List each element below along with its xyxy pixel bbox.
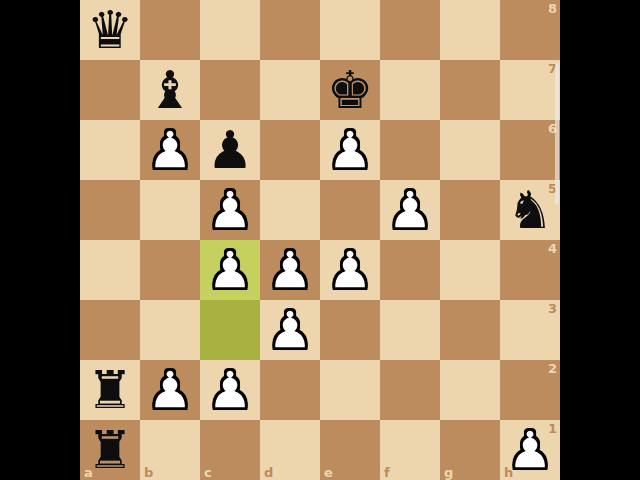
square-a4[interactable]: [80, 240, 140, 300]
square-c3[interactable]: [200, 300, 260, 360]
square-h6[interactable]: 6: [500, 120, 560, 180]
square-c2[interactable]: ♟: [200, 360, 260, 420]
square-c4[interactable]: ♟: [200, 240, 260, 300]
file-label-c: c: [204, 465, 212, 480]
square-c7[interactable]: [200, 60, 260, 120]
square-e1[interactable]: e: [320, 420, 380, 480]
square-c5[interactable]: ♟: [200, 180, 260, 240]
square-a6[interactable]: [80, 120, 140, 180]
square-a1[interactable]: ♜a: [80, 420, 140, 480]
square-b1[interactable]: b: [140, 420, 200, 480]
piece-white-pawn[interactable]: ♟: [320, 240, 380, 300]
square-a2[interactable]: ♜: [80, 360, 140, 420]
square-f8[interactable]: [380, 0, 440, 60]
square-d2[interactable]: [260, 360, 320, 420]
piece-black-knight[interactable]: ♞: [500, 180, 560, 240]
square-e8[interactable]: [320, 0, 380, 60]
piece-white-pawn[interactable]: ♟: [260, 240, 320, 300]
square-g5[interactable]: [440, 180, 500, 240]
square-a3[interactable]: [80, 300, 140, 360]
piece-white-pawn[interactable]: ♟: [260, 300, 320, 360]
square-g4[interactable]: [440, 240, 500, 300]
square-h3[interactable]: 3: [500, 300, 560, 360]
square-d5[interactable]: [260, 180, 320, 240]
square-d6[interactable]: [260, 120, 320, 180]
rank-label-2: 2: [548, 361, 557, 376]
square-g3[interactable]: [440, 300, 500, 360]
letterbox-left: [0, 0, 80, 480]
square-e7[interactable]: ♚: [320, 60, 380, 120]
square-e4[interactable]: ♟: [320, 240, 380, 300]
square-f2[interactable]: [380, 360, 440, 420]
square-g1[interactable]: g: [440, 420, 500, 480]
piece-white-pawn[interactable]: ♟: [380, 180, 440, 240]
square-b2[interactable]: ♟: [140, 360, 200, 420]
file-label-g: g: [444, 465, 453, 480]
square-f5[interactable]: ♟: [380, 180, 440, 240]
letterbox-right: [560, 0, 640, 480]
file-label-e: e: [324, 465, 333, 480]
file-label-b: b: [144, 465, 153, 480]
square-h8[interactable]: 8: [500, 0, 560, 60]
piece-white-pawn[interactable]: ♟: [140, 360, 200, 420]
piece-black-pawn[interactable]: ♟: [200, 120, 260, 180]
piece-white-pawn[interactable]: ♟: [200, 240, 260, 300]
piece-black-queen[interactable]: ♛: [80, 0, 140, 60]
piece-black-king[interactable]: ♚: [320, 60, 380, 120]
square-c1[interactable]: c: [200, 420, 260, 480]
rank-label-8: 8: [548, 1, 557, 16]
square-d1[interactable]: d: [260, 420, 320, 480]
square-e3[interactable]: [320, 300, 380, 360]
piece-white-pawn[interactable]: ♟: [500, 420, 560, 480]
square-h2[interactable]: 2: [500, 360, 560, 420]
square-g8[interactable]: [440, 0, 500, 60]
square-h1[interactable]: ♟1h: [500, 420, 560, 480]
square-b5[interactable]: [140, 180, 200, 240]
video-frame: ♛8♝♚7♟♟♟6♟♟♞5♟♟♟4♟3♜♟♟2♜abcdefg♟1h: [0, 0, 640, 480]
square-b6[interactable]: ♟: [140, 120, 200, 180]
piece-black-rook[interactable]: ♜: [80, 420, 140, 480]
square-b3[interactable]: [140, 300, 200, 360]
square-f7[interactable]: [380, 60, 440, 120]
square-h7[interactable]: 7: [500, 60, 560, 120]
square-b7[interactable]: ♝: [140, 60, 200, 120]
square-d7[interactable]: [260, 60, 320, 120]
square-b4[interactable]: [140, 240, 200, 300]
square-f3[interactable]: [380, 300, 440, 360]
square-d8[interactable]: [260, 0, 320, 60]
square-a5[interactable]: [80, 180, 140, 240]
piece-white-pawn[interactable]: ♟: [200, 180, 260, 240]
square-e2[interactable]: [320, 360, 380, 420]
square-f6[interactable]: [380, 120, 440, 180]
file-label-d: d: [264, 465, 273, 480]
piece-black-rook[interactable]: ♜: [80, 360, 140, 420]
scrollbar-thumb[interactable]: [555, 63, 559, 205]
piece-white-pawn[interactable]: ♟: [140, 120, 200, 180]
rank-label-4: 4: [548, 241, 557, 256]
square-g6[interactable]: [440, 120, 500, 180]
square-f1[interactable]: f: [380, 420, 440, 480]
square-b8[interactable]: [140, 0, 200, 60]
square-d3[interactable]: ♟: [260, 300, 320, 360]
square-f4[interactable]: [380, 240, 440, 300]
square-e5[interactable]: [320, 180, 380, 240]
piece-black-bishop[interactable]: ♝: [140, 60, 200, 120]
piece-white-pawn[interactable]: ♟: [320, 120, 380, 180]
square-a8[interactable]: ♛: [80, 0, 140, 60]
square-h4[interactable]: 4: [500, 240, 560, 300]
square-e6[interactable]: ♟: [320, 120, 380, 180]
square-g2[interactable]: [440, 360, 500, 420]
square-c6[interactable]: ♟: [200, 120, 260, 180]
square-h5[interactable]: ♞5: [500, 180, 560, 240]
square-c8[interactable]: [200, 0, 260, 60]
square-d4[interactable]: ♟: [260, 240, 320, 300]
rank-label-3: 3: [548, 301, 557, 316]
square-a7[interactable]: [80, 60, 140, 120]
square-g7[interactable]: [440, 60, 500, 120]
piece-white-pawn[interactable]: ♟: [200, 360, 260, 420]
chess-board: ♛8♝♚7♟♟♟6♟♟♞5♟♟♟4♟3♜♟♟2♜abcdefg♟1h: [80, 0, 560, 480]
file-label-f: f: [384, 465, 390, 480]
